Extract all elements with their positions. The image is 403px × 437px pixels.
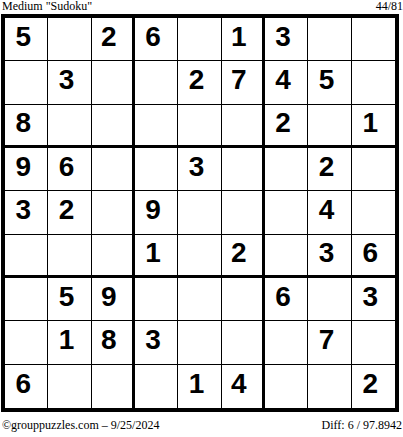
cell-r5c3[interactable] (92, 191, 135, 234)
cell-r3c4[interactable] (135, 105, 178, 148)
cell-r2c1[interactable] (5, 61, 48, 104)
cell-r1c1[interactable]: 5 (5, 18, 48, 61)
cell-r1c5[interactable] (178, 18, 221, 61)
cell-r3c9[interactable]: 1 (352, 105, 395, 148)
cell-r4c3[interactable] (92, 148, 135, 191)
cell-r1c7[interactable]: 3 (265, 18, 308, 61)
cell-r9c7[interactable] (265, 365, 308, 408)
cell-r2c7[interactable]: 4 (265, 61, 308, 104)
cell-r7c9[interactable]: 3 (352, 278, 395, 321)
footer: ©grouppuzzles.com – 9/25/2024 Diff: 6 / … (2, 418, 402, 432)
cell-r6c2[interactable] (48, 235, 91, 278)
cell-r4c7[interactable] (265, 148, 308, 191)
cell-r7c1[interactable] (5, 278, 48, 321)
difficulty-text: Diff: 6 / 97.8942 (322, 418, 402, 432)
cell-r4c5[interactable]: 3 (178, 148, 221, 191)
cell-r5c6[interactable] (222, 191, 265, 234)
cell-r1c9[interactable] (352, 18, 395, 61)
cell-r3c8[interactable] (308, 105, 351, 148)
cell-r1c8[interactable] (308, 18, 351, 61)
cell-r3c5[interactable] (178, 105, 221, 148)
cell-r8c1[interactable] (5, 321, 48, 364)
cell-r2c8[interactable]: 5 (308, 61, 351, 104)
cell-r1c6[interactable]: 1 (222, 18, 265, 61)
cell-r2c2[interactable]: 3 (48, 61, 91, 104)
cell-r7c8[interactable] (308, 278, 351, 321)
cell-r7c4[interactable] (135, 278, 178, 321)
cell-r5c2[interactable]: 2 (48, 191, 91, 234)
cell-r1c3[interactable]: 2 (92, 18, 135, 61)
cell-r6c3[interactable] (92, 235, 135, 278)
cell-r2c9[interactable] (352, 61, 395, 104)
cell-r9c2[interactable] (48, 365, 91, 408)
header: Medium "Sudoku" 44/81 (2, 0, 403, 14)
cell-r4c1[interactable]: 9 (5, 148, 48, 191)
cell-r4c2[interactable]: 6 (48, 148, 91, 191)
cell-r6c8[interactable]: 3 (308, 235, 351, 278)
cell-r3c7[interactable]: 2 (265, 105, 308, 148)
cell-r4c8[interactable]: 2 (308, 148, 351, 191)
cell-r4c9[interactable] (352, 148, 395, 191)
cell-r1c4[interactable]: 6 (135, 18, 178, 61)
cell-r7c6[interactable] (222, 278, 265, 321)
puzzle-title: Medium "Sudoku" (2, 0, 92, 13)
cell-r5c5[interactable] (178, 191, 221, 234)
cell-r3c1[interactable]: 8 (5, 105, 48, 148)
cell-r2c4[interactable] (135, 61, 178, 104)
cell-r8c6[interactable] (222, 321, 265, 364)
cell-r9c6[interactable]: 4 (222, 365, 265, 408)
cell-r6c1[interactable] (5, 235, 48, 278)
cell-r4c4[interactable] (135, 148, 178, 191)
cell-r7c7[interactable]: 6 (265, 278, 308, 321)
cell-r5c1[interactable]: 3 (5, 191, 48, 234)
cell-r2c6[interactable]: 7 (222, 61, 265, 104)
cell-r5c8[interactable]: 4 (308, 191, 351, 234)
cell-r8c7[interactable] (265, 321, 308, 364)
cell-r3c2[interactable] (48, 105, 91, 148)
cell-r6c7[interactable] (265, 235, 308, 278)
cell-r1c2[interactable] (48, 18, 91, 61)
cell-r4c6[interactable] (222, 148, 265, 191)
cell-r8c5[interactable] (178, 321, 221, 364)
cell-r6c6[interactable]: 2 (222, 235, 265, 278)
cell-r7c3[interactable]: 9 (92, 278, 135, 321)
cell-r7c5[interactable] (178, 278, 221, 321)
cell-r9c5[interactable]: 1 (178, 365, 221, 408)
cell-r6c4[interactable]: 1 (135, 235, 178, 278)
cell-r8c8[interactable]: 7 (308, 321, 351, 364)
progress-counter: 44/81 (376, 0, 403, 13)
cell-r5c7[interactable] (265, 191, 308, 234)
copyright-text: ©grouppuzzles.com – 9/25/2024 (2, 418, 159, 432)
cell-r3c3[interactable] (92, 105, 135, 148)
cell-r2c3[interactable] (92, 61, 135, 104)
cell-r9c1[interactable]: 6 (5, 365, 48, 408)
cell-r7c2[interactable]: 5 (48, 278, 91, 321)
cell-r6c5[interactable] (178, 235, 221, 278)
cell-r2c5[interactable]: 2 (178, 61, 221, 104)
cell-r9c3[interactable] (92, 365, 135, 408)
sudoku-board: 5 2 6 1 3 3 2 7 4 5 8 2 1 9 6 3 2 3 2 9 … (1, 14, 399, 412)
cell-r3c6[interactable] (222, 105, 265, 148)
cell-r5c9[interactable] (352, 191, 395, 234)
cell-r8c2[interactable]: 1 (48, 321, 91, 364)
cell-r9c9[interactable]: 2 (352, 365, 395, 408)
cell-r5c4[interactable]: 9 (135, 191, 178, 234)
cell-r6c9[interactable]: 6 (352, 235, 395, 278)
cell-r8c4[interactable]: 3 (135, 321, 178, 364)
cell-r9c8[interactable] (308, 365, 351, 408)
cell-r9c4[interactable] (135, 365, 178, 408)
cell-r8c9[interactable] (352, 321, 395, 364)
cell-r8c3[interactable]: 8 (92, 321, 135, 364)
